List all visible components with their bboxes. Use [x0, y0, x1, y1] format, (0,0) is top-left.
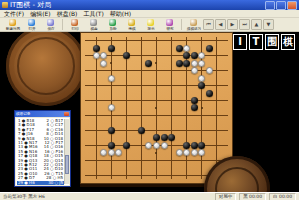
board-cell[interactable]: [220, 37, 228, 44]
board-cell[interactable]: [130, 119, 138, 126]
board-cell[interactable]: [160, 67, 168, 74]
board-cell[interactable]: [145, 142, 153, 149]
move-list-scrollbar[interactable]: [64, 119, 69, 184]
board-cell[interactable]: [160, 112, 168, 119]
board-cell[interactable]: [93, 134, 101, 141]
board-cell[interactable]: [108, 44, 116, 51]
board-cell[interactable]: [205, 52, 213, 59]
board-cell[interactable]: [190, 172, 198, 179]
board-cell[interactable]: [138, 164, 146, 171]
nav-button-1[interactable]: ◀: [215, 19, 226, 30]
board-cell[interactable]: [145, 59, 153, 66]
board-cell[interactable]: [100, 149, 108, 156]
board-cell[interactable]: [138, 37, 146, 44]
board-cell[interactable]: [153, 112, 161, 119]
board-cell[interactable]: [108, 67, 116, 74]
board-cell[interactable]: [123, 52, 131, 59]
board-cell[interactable]: [145, 104, 153, 111]
board-cell[interactable]: [130, 59, 138, 66]
board-cell[interactable]: [198, 44, 206, 51]
toolbar-button-practice[interactable]: 摆棋练习: [184, 19, 203, 31]
board-cell[interactable]: [168, 142, 176, 149]
board-cell[interactable]: [198, 142, 206, 149]
board-cell[interactable]: [168, 97, 176, 104]
minimize-button[interactable]: [265, 1, 275, 10]
board-cell[interactable]: [145, 37, 153, 44]
board-cell[interactable]: [175, 149, 183, 156]
board-cell[interactable]: [168, 74, 176, 81]
board-cell[interactable]: [93, 157, 101, 164]
board-cell[interactable]: [123, 164, 131, 171]
board-cell[interactable]: [153, 164, 161, 171]
nav-button-3[interactable]: ⏭: [239, 19, 250, 30]
board-cell[interactable]: [123, 67, 131, 74]
board-cell[interactable]: [168, 172, 176, 179]
scrollbar-thumb[interactable]: [65, 155, 69, 175]
board-cell[interactable]: [220, 142, 228, 149]
board-cell[interactable]: [138, 52, 146, 59]
board-cell[interactable]: [138, 44, 146, 51]
board-cell[interactable]: [153, 127, 161, 134]
board-cell[interactable]: [138, 67, 146, 74]
toolbar-button-score[interactable]: 形势: [103, 19, 122, 31]
board-cell[interactable]: [108, 89, 116, 96]
board-cell[interactable]: [115, 112, 123, 119]
board-cell[interactable]: [205, 37, 213, 44]
board-cell[interactable]: [205, 104, 213, 111]
board-cell[interactable]: [205, 157, 213, 164]
board-cell[interactable]: [85, 134, 93, 141]
board-cell[interactable]: [175, 119, 183, 126]
board-cell[interactable]: [145, 119, 153, 126]
board-cell[interactable]: [93, 172, 101, 179]
board-cell[interactable]: [123, 104, 131, 111]
board-cell[interactable]: [145, 164, 153, 171]
board-cell[interactable]: [198, 37, 206, 44]
board-cell[interactable]: [123, 44, 131, 51]
board-cell[interactable]: [130, 37, 138, 44]
board-cell[interactable]: [198, 164, 206, 171]
board-cell[interactable]: [115, 164, 123, 171]
board-cell[interactable]: [183, 119, 191, 126]
board-cell[interactable]: [190, 37, 198, 44]
board-cell[interactable]: [220, 149, 228, 156]
board-cell[interactable]: [220, 59, 228, 66]
board-cell[interactable]: [190, 82, 198, 89]
board-cell[interactable]: [213, 37, 221, 44]
board-cell[interactable]: [220, 82, 228, 89]
board-cell[interactable]: [213, 119, 221, 126]
board-cell[interactable]: [205, 127, 213, 134]
board-cell[interactable]: [100, 157, 108, 164]
board-cell[interactable]: [85, 127, 93, 134]
board-cell[interactable]: [123, 37, 131, 44]
board-cell[interactable]: [183, 67, 191, 74]
board-cell[interactable]: [93, 74, 101, 81]
board-cell[interactable]: [130, 134, 138, 141]
board-cell[interactable]: [130, 89, 138, 96]
menu-item-3[interactable]: 工具(T): [83, 10, 103, 18]
board-cell[interactable]: [198, 67, 206, 74]
board-cell[interactable]: [175, 74, 183, 81]
board-cell[interactable]: [153, 37, 161, 44]
board-cell[interactable]: [145, 97, 153, 104]
board-cell[interactable]: [93, 104, 101, 111]
board-cell[interactable]: [213, 97, 221, 104]
board-cell[interactable]: [138, 127, 146, 134]
board-cell[interactable]: [145, 157, 153, 164]
toolbar-button-open[interactable]: 打开: [22, 19, 41, 31]
toolbar-button-study[interactable]: 研究: [160, 19, 179, 31]
board-cell[interactable]: [138, 112, 146, 119]
board-cell[interactable]: [93, 164, 101, 171]
board-cell[interactable]: [220, 104, 228, 111]
board-cell[interactable]: [168, 157, 176, 164]
board-cell[interactable]: [190, 104, 198, 111]
board-cell[interactable]: [93, 52, 101, 59]
board-cell[interactable]: [183, 52, 191, 59]
board-cell[interactable]: [220, 52, 228, 59]
board-cell[interactable]: [175, 142, 183, 149]
board-cell[interactable]: [93, 149, 101, 156]
board-cell[interactable]: [198, 52, 206, 59]
board-cell[interactable]: [190, 89, 198, 96]
board-cell[interactable]: [153, 119, 161, 126]
board-cell[interactable]: [123, 97, 131, 104]
board-cell[interactable]: [190, 44, 198, 51]
board-cell[interactable]: [138, 89, 146, 96]
board-cell[interactable]: [138, 119, 146, 126]
board-cell[interactable]: [153, 89, 161, 96]
board-cell[interactable]: [138, 172, 146, 179]
board-cell[interactable]: [100, 112, 108, 119]
board-cell[interactable]: [130, 127, 138, 134]
move-list-close-icon[interactable]: [64, 112, 69, 116]
board-cell[interactable]: [160, 97, 168, 104]
board-cell[interactable]: [183, 44, 191, 51]
board-cell[interactable]: [213, 89, 221, 96]
board-cell[interactable]: [198, 89, 206, 96]
board-cell[interactable]: [115, 119, 123, 126]
board-cell[interactable]: [100, 59, 108, 66]
board-cell[interactable]: [123, 119, 131, 126]
board-cell[interactable]: [93, 119, 101, 126]
board-cell[interactable]: [160, 134, 168, 141]
board-cell[interactable]: [115, 97, 123, 104]
board-cell[interactable]: [175, 164, 183, 171]
board-cell[interactable]: [183, 127, 191, 134]
board-cell[interactable]: [138, 59, 146, 66]
board-cell[interactable]: [123, 142, 131, 149]
board-cell[interactable]: [123, 157, 131, 164]
board-cell[interactable]: [205, 142, 213, 149]
board-cell[interactable]: [138, 149, 146, 156]
board-cell[interactable]: [160, 119, 168, 126]
board-cell[interactable]: [175, 44, 183, 51]
board-cell[interactable]: [183, 59, 191, 66]
board-cell[interactable]: [130, 74, 138, 81]
board-cell[interactable]: [205, 119, 213, 126]
board-cell[interactable]: [130, 67, 138, 74]
board-cell[interactable]: [213, 149, 221, 156]
toolbar-button-print[interactable]: 打印: [65, 19, 84, 31]
board-cell[interactable]: [175, 97, 183, 104]
board-cell[interactable]: [100, 37, 108, 44]
board-cell[interactable]: [198, 149, 206, 156]
board-cell[interactable]: [138, 104, 146, 111]
board-cell[interactable]: [168, 112, 176, 119]
board-cell[interactable]: [183, 134, 191, 141]
board-cell[interactable]: [198, 82, 206, 89]
board-cell[interactable]: [190, 74, 198, 81]
board-cell[interactable]: [213, 82, 221, 89]
board-cell[interactable]: [168, 127, 176, 134]
board-cell[interactable]: [130, 82, 138, 89]
board-cell[interactable]: [85, 142, 93, 149]
board-cell[interactable]: [108, 142, 116, 149]
board-cell[interactable]: [205, 112, 213, 119]
board-cell[interactable]: [115, 37, 123, 44]
board-cell[interactable]: [108, 164, 116, 171]
board-cell[interactable]: [130, 172, 138, 179]
board-cell[interactable]: [130, 97, 138, 104]
menu-item-2[interactable]: 棋盘(B): [57, 10, 78, 18]
board-cell[interactable]: [168, 44, 176, 51]
board-cell[interactable]: [145, 112, 153, 119]
board-cell[interactable]: [213, 104, 221, 111]
board-cell[interactable]: [123, 127, 131, 134]
board-cell[interactable]: [108, 157, 116, 164]
board-cell[interactable]: [198, 119, 206, 126]
board-cell[interactable]: [213, 52, 221, 59]
board-cell[interactable]: [160, 52, 168, 59]
board-cell[interactable]: [108, 59, 116, 66]
board-cell[interactable]: [205, 97, 213, 104]
board-cell[interactable]: [100, 172, 108, 179]
board-cell[interactable]: [153, 59, 161, 66]
board-cell[interactable]: [175, 172, 183, 179]
board-cell[interactable]: [205, 67, 213, 74]
board-cell[interactable]: [213, 142, 221, 149]
board-cell[interactable]: [168, 119, 176, 126]
board-cell[interactable]: [220, 89, 228, 96]
board-cell[interactable]: [168, 104, 176, 111]
board-cell[interactable]: [160, 37, 168, 44]
board-cell[interactable]: [153, 67, 161, 74]
board-cell[interactable]: [108, 37, 116, 44]
board-cell[interactable]: [130, 112, 138, 119]
board-cell[interactable]: [100, 119, 108, 126]
board-cell[interactable]: [175, 67, 183, 74]
board-cell[interactable]: [93, 82, 101, 89]
board-cell[interactable]: [153, 149, 161, 156]
board-cell[interactable]: [93, 44, 101, 51]
board-cell[interactable]: [100, 97, 108, 104]
board-cell[interactable]: [108, 149, 116, 156]
board-cell[interactable]: [115, 67, 123, 74]
board-cell[interactable]: [130, 149, 138, 156]
board-cell[interactable]: [100, 67, 108, 74]
board-cell[interactable]: [168, 89, 176, 96]
board-cell[interactable]: [175, 37, 183, 44]
board-cell[interactable]: [190, 142, 198, 149]
board-cell[interactable]: [160, 142, 168, 149]
board-cell[interactable]: [145, 82, 153, 89]
go-board[interactable]: [80, 32, 233, 184]
board-cell[interactable]: [198, 157, 206, 164]
board-cell[interactable]: [123, 134, 131, 141]
board-cell[interactable]: [130, 104, 138, 111]
board-cell[interactable]: [190, 59, 198, 66]
toolbar-button-new-game[interactable]: 新建对局: [3, 19, 22, 31]
board-cell[interactable]: [183, 82, 191, 89]
board-cell[interactable]: [138, 134, 146, 141]
board-cell[interactable]: [175, 127, 183, 134]
close-button[interactable]: [287, 1, 297, 10]
menu-item-0[interactable]: 文件(F): [4, 10, 24, 18]
board-cell[interactable]: [168, 67, 176, 74]
board-cell[interactable]: [145, 89, 153, 96]
board-cell[interactable]: [190, 119, 198, 126]
board-cell[interactable]: [100, 82, 108, 89]
board-cell[interactable]: [183, 89, 191, 96]
board-cell[interactable]: [93, 89, 101, 96]
board-cell[interactable]: [85, 97, 93, 104]
board-cell[interactable]: [198, 127, 206, 134]
board-cell[interactable]: [168, 164, 176, 171]
board-cell[interactable]: [183, 37, 191, 44]
board-cell[interactable]: [183, 149, 191, 156]
board-cell[interactable]: [93, 67, 101, 74]
maximize-button[interactable]: [276, 1, 286, 10]
board-cell[interactable]: [145, 44, 153, 51]
board-cell[interactable]: [198, 134, 206, 141]
board-cell[interactable]: [123, 112, 131, 119]
nav-button-5[interactable]: ▼: [263, 19, 274, 30]
board-cell[interactable]: [205, 134, 213, 141]
board-cell[interactable]: [190, 67, 198, 74]
board-cell[interactable]: [85, 112, 93, 119]
board-cell[interactable]: [183, 97, 191, 104]
board-cell[interactable]: [190, 112, 198, 119]
board-cell[interactable]: [145, 172, 153, 179]
board-cell[interactable]: [85, 59, 93, 66]
board-cell[interactable]: [85, 164, 93, 171]
board-cell[interactable]: [145, 127, 153, 134]
board-cell[interactable]: [220, 127, 228, 134]
board-cell[interactable]: [130, 157, 138, 164]
board-cell[interactable]: [123, 59, 131, 66]
nav-button-2[interactable]: ▶: [227, 19, 238, 30]
board-cell[interactable]: [205, 82, 213, 89]
board-cell[interactable]: [115, 82, 123, 89]
board-cell[interactable]: [100, 134, 108, 141]
board-cell[interactable]: [115, 52, 123, 59]
board-cell[interactable]: [115, 74, 123, 81]
board-cell[interactable]: [190, 157, 198, 164]
board-cell[interactable]: [175, 104, 183, 111]
board-cell[interactable]: [160, 172, 168, 179]
board-cell[interactable]: [153, 134, 161, 141]
board-cell[interactable]: [145, 149, 153, 156]
board-cell[interactable]: [190, 97, 198, 104]
board-cell[interactable]: [220, 112, 228, 119]
board-cell[interactable]: [100, 44, 108, 51]
board-cell[interactable]: [213, 74, 221, 81]
board-cell[interactable]: [190, 52, 198, 59]
board-cell[interactable]: [100, 127, 108, 134]
board-cell[interactable]: [168, 134, 176, 141]
board-cell[interactable]: [205, 149, 213, 156]
nav-button-0[interactable]: ⏮: [203, 19, 214, 30]
board-cell[interactable]: [85, 119, 93, 126]
board-cell[interactable]: [220, 67, 228, 74]
board-cell[interactable]: [160, 164, 168, 171]
board-cell[interactable]: [198, 104, 206, 111]
board-cell[interactable]: [198, 74, 206, 81]
board-cell[interactable]: [93, 59, 101, 66]
board-cell[interactable]: [175, 59, 183, 66]
toolbar-button-undo[interactable]: 悔棋: [122, 19, 141, 31]
board-cell[interactable]: [145, 67, 153, 74]
board-cell[interactable]: [115, 134, 123, 141]
board-cell[interactable]: [220, 119, 228, 126]
board-cell[interactable]: [168, 149, 176, 156]
board-cell[interactable]: [175, 89, 183, 96]
board-cell[interactable]: [108, 52, 116, 59]
board-cell[interactable]: [205, 59, 213, 66]
board-cell[interactable]: [175, 157, 183, 164]
board-cell[interactable]: [100, 52, 108, 59]
board-cell[interactable]: [198, 97, 206, 104]
board-cell[interactable]: [213, 112, 221, 119]
toolbar-button-board[interactable]: 棋盘: [84, 19, 103, 31]
move-list-titlebar[interactable]: 棋谱记录: [15, 111, 70, 117]
board-cell[interactable]: [123, 149, 131, 156]
board-cell[interactable]: [123, 89, 131, 96]
board-cell[interactable]: [85, 104, 93, 111]
board-cell[interactable]: [168, 59, 176, 66]
board-cell[interactable]: [190, 149, 198, 156]
board-cell[interactable]: [108, 97, 116, 104]
board-cell[interactable]: [100, 89, 108, 96]
board-cell[interactable]: [183, 157, 191, 164]
board-cell[interactable]: [115, 127, 123, 134]
board-cell[interactable]: [220, 134, 228, 141]
board-cell[interactable]: [160, 89, 168, 96]
board-cell[interactable]: [160, 149, 168, 156]
board-cell[interactable]: [115, 172, 123, 179]
board-cell[interactable]: [153, 82, 161, 89]
board-cell[interactable]: [130, 142, 138, 149]
board-cell[interactable]: [130, 164, 138, 171]
board-cell[interactable]: [115, 104, 123, 111]
board-cell[interactable]: [85, 52, 93, 59]
board-cell[interactable]: [220, 97, 228, 104]
board-cell[interactable]: [160, 82, 168, 89]
board-cell[interactable]: [183, 74, 191, 81]
board-cell[interactable]: [145, 74, 153, 81]
board-cell[interactable]: [213, 59, 221, 66]
board-cell[interactable]: [175, 82, 183, 89]
board-cell[interactable]: [85, 89, 93, 96]
board-cell[interactable]: [108, 104, 116, 111]
board-cell[interactable]: [123, 172, 131, 179]
move-row-15[interactable]: 29 ● H630 ○ J5: [17, 181, 64, 185]
board-cell[interactable]: [85, 44, 93, 51]
board-cell[interactable]: [160, 127, 168, 134]
board-cell[interactable]: [205, 44, 213, 51]
